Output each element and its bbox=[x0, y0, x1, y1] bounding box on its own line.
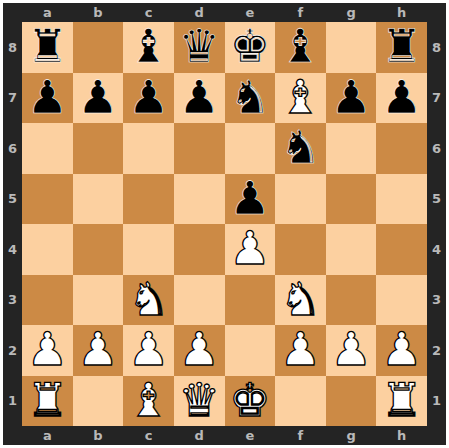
piece-white-pawn[interactable]: ♟ bbox=[381, 326, 422, 372]
piece-white-pawn[interactable]: ♟ bbox=[179, 326, 220, 372]
file-label-d: d bbox=[174, 426, 225, 445]
piece-white-pawn[interactable]: ♟ bbox=[280, 326, 321, 372]
piece-white-pawn[interactable]: ♟ bbox=[128, 326, 169, 372]
square-f7[interactable]: ♝ bbox=[275, 73, 326, 124]
rank-label-5: 5 bbox=[427, 174, 446, 225]
chess-board: ♜♝♛♚♝♜♟♟♟♟♞♝♟♟♞♟♟♞♞♟♟♟♟♟♟♟♜♝♛♚♜ bbox=[22, 22, 427, 426]
square-d2[interactable]: ♟ bbox=[174, 325, 225, 376]
square-b7[interactable]: ♟ bbox=[73, 73, 124, 124]
piece-black-knight[interactable]: ♞ bbox=[229, 74, 270, 120]
square-d5[interactable] bbox=[174, 174, 225, 225]
square-f4[interactable] bbox=[275, 224, 326, 275]
piece-black-bishop[interactable]: ♝ bbox=[128, 23, 169, 69]
piece-white-knight[interactable]: ♞ bbox=[280, 276, 321, 322]
square-a8[interactable]: ♜ bbox=[22, 22, 73, 73]
square-a4[interactable] bbox=[22, 224, 73, 275]
square-a3[interactable] bbox=[22, 275, 73, 326]
rank-label-1: 1 bbox=[427, 376, 446, 427]
square-d3[interactable] bbox=[174, 275, 225, 326]
file-label-f: f bbox=[275, 426, 326, 445]
square-e7[interactable]: ♞ bbox=[225, 73, 276, 124]
piece-black-bishop[interactable]: ♝ bbox=[280, 23, 321, 69]
square-g1[interactable] bbox=[326, 376, 377, 427]
square-d8[interactable]: ♛ bbox=[174, 22, 225, 73]
piece-black-pawn[interactable]: ♟ bbox=[330, 74, 371, 120]
piece-black-pawn[interactable]: ♟ bbox=[229, 175, 270, 221]
square-b4[interactable] bbox=[73, 224, 124, 275]
file-label-e: e bbox=[225, 3, 276, 22]
square-e3[interactable] bbox=[225, 275, 276, 326]
piece-white-pawn[interactable]: ♟ bbox=[27, 326, 68, 372]
square-h7[interactable]: ♟ bbox=[376, 73, 427, 124]
file-label-b: b bbox=[73, 426, 124, 445]
square-g4[interactable] bbox=[326, 224, 377, 275]
rank-label-7: 7 bbox=[427, 73, 446, 124]
file-label-c: c bbox=[123, 3, 174, 22]
square-a6[interactable] bbox=[22, 123, 73, 174]
square-g3[interactable] bbox=[326, 275, 377, 326]
square-c5[interactable] bbox=[123, 174, 174, 225]
square-a5[interactable] bbox=[22, 174, 73, 225]
rank-label-5: 5 bbox=[3, 174, 22, 225]
file-label-d: d bbox=[174, 3, 225, 22]
piece-white-pawn[interactable]: ♟ bbox=[77, 326, 118, 372]
square-g8[interactable] bbox=[326, 22, 377, 73]
piece-black-pawn[interactable]: ♟ bbox=[179, 74, 220, 120]
piece-white-rook[interactable]: ♜ bbox=[381, 377, 422, 423]
file-label-a: a bbox=[22, 426, 73, 445]
rank-label-7: 7 bbox=[3, 73, 22, 124]
file-label-e: e bbox=[225, 426, 276, 445]
square-f5[interactable] bbox=[275, 174, 326, 225]
square-c6[interactable] bbox=[123, 123, 174, 174]
square-c2[interactable]: ♟ bbox=[123, 325, 174, 376]
square-c8[interactable]: ♝ bbox=[123, 22, 174, 73]
piece-white-bishop[interactable]: ♝ bbox=[280, 74, 321, 120]
square-a1[interactable]: ♜ bbox=[22, 376, 73, 427]
rank-label-2: 2 bbox=[3, 325, 22, 376]
chess-app: abcdefgh 87654321 ♜♝♛♚♝♜♟♟♟♟♞♝♟♟♞♟♟♞♞♟♟♟… bbox=[0, 0, 449, 448]
square-h2[interactable]: ♟ bbox=[376, 325, 427, 376]
piece-black-queen[interactable]: ♛ bbox=[179, 23, 220, 69]
square-e5[interactable]: ♟ bbox=[225, 174, 276, 225]
square-h5[interactable] bbox=[376, 174, 427, 225]
piece-black-rook[interactable]: ♜ bbox=[381, 23, 422, 69]
rank-label-6: 6 bbox=[3, 123, 22, 174]
piece-white-king[interactable]: ♚ bbox=[229, 377, 270, 423]
square-g7[interactable]: ♟ bbox=[326, 73, 377, 124]
square-b5[interactable] bbox=[73, 174, 124, 225]
square-h4[interactable] bbox=[376, 224, 427, 275]
square-e8[interactable]: ♚ bbox=[225, 22, 276, 73]
file-label-a: a bbox=[22, 3, 73, 22]
square-h3[interactable] bbox=[376, 275, 427, 326]
piece-black-king[interactable]: ♚ bbox=[229, 23, 270, 69]
square-f8[interactable]: ♝ bbox=[275, 22, 326, 73]
board-frame: abcdefgh 87654321 ♜♝♛♚♝♜♟♟♟♟♞♝♟♟♞♟♟♞♞♟♟♟… bbox=[3, 3, 446, 445]
rank-label-6: 6 bbox=[427, 123, 446, 174]
square-b1[interactable] bbox=[73, 376, 124, 427]
square-h6[interactable] bbox=[376, 123, 427, 174]
file-label-g: g bbox=[326, 3, 377, 22]
square-d7[interactable]: ♟ bbox=[174, 73, 225, 124]
square-b8[interactable] bbox=[73, 22, 124, 73]
square-g6[interactable] bbox=[326, 123, 377, 174]
rank-label-2: 2 bbox=[427, 325, 446, 376]
piece-white-queen[interactable]: ♛ bbox=[179, 377, 220, 423]
square-b3[interactable] bbox=[73, 275, 124, 326]
file-label-c: c bbox=[123, 426, 174, 445]
square-e2[interactable] bbox=[225, 325, 276, 376]
square-c7[interactable]: ♟ bbox=[123, 73, 174, 124]
square-f1[interactable] bbox=[275, 376, 326, 427]
rank-label-8: 8 bbox=[427, 22, 446, 73]
piece-black-pawn[interactable]: ♟ bbox=[77, 74, 118, 120]
square-c1[interactable]: ♝ bbox=[123, 376, 174, 427]
rank-labels-left: 87654321 bbox=[3, 22, 22, 426]
file-labels-bottom: abcdefgh bbox=[22, 426, 427, 445]
rank-label-8: 8 bbox=[3, 22, 22, 73]
file-label-g: g bbox=[326, 426, 377, 445]
piece-black-knight[interactable]: ♞ bbox=[280, 124, 321, 170]
rank-label-4: 4 bbox=[427, 224, 446, 275]
square-g5[interactable] bbox=[326, 174, 377, 225]
file-label-h: h bbox=[376, 426, 427, 445]
piece-white-pawn[interactable]: ♟ bbox=[229, 225, 270, 271]
rank-label-4: 4 bbox=[3, 224, 22, 275]
square-f6[interactable]: ♞ bbox=[275, 123, 326, 174]
piece-white-knight[interactable]: ♞ bbox=[128, 276, 169, 322]
square-g2[interactable]: ♟ bbox=[326, 325, 377, 376]
file-label-b: b bbox=[73, 3, 124, 22]
square-e1[interactable]: ♚ bbox=[225, 376, 276, 427]
square-a2[interactable]: ♟ bbox=[22, 325, 73, 376]
square-h8[interactable]: ♜ bbox=[376, 22, 427, 73]
rank-label-3: 3 bbox=[427, 275, 446, 326]
square-d1[interactable]: ♛ bbox=[174, 376, 225, 427]
piece-black-pawn[interactable]: ♟ bbox=[381, 74, 422, 120]
square-f2[interactable]: ♟ bbox=[275, 325, 326, 376]
file-labels-top: abcdefgh bbox=[22, 3, 427, 22]
rank-labels-right: 87654321 bbox=[427, 22, 446, 426]
square-e4[interactable]: ♟ bbox=[225, 224, 276, 275]
square-d6[interactable] bbox=[174, 123, 225, 174]
square-b2[interactable]: ♟ bbox=[73, 325, 124, 376]
square-b6[interactable] bbox=[73, 123, 124, 174]
square-c3[interactable]: ♞ bbox=[123, 275, 174, 326]
rank-label-3: 3 bbox=[3, 275, 22, 326]
piece-black-rook[interactable]: ♜ bbox=[27, 23, 68, 69]
file-label-f: f bbox=[275, 3, 326, 22]
square-f3[interactable]: ♞ bbox=[275, 275, 326, 326]
square-h1[interactable]: ♜ bbox=[376, 376, 427, 427]
rank-label-1: 1 bbox=[3, 376, 22, 427]
square-a7[interactable]: ♟ bbox=[22, 73, 73, 124]
piece-white-bishop[interactable]: ♝ bbox=[128, 377, 169, 423]
piece-white-rook[interactable]: ♜ bbox=[27, 377, 68, 423]
piece-black-pawn[interactable]: ♟ bbox=[128, 74, 169, 120]
square-e6[interactable] bbox=[225, 123, 276, 174]
piece-white-pawn[interactable]: ♟ bbox=[330, 326, 371, 372]
square-c4[interactable] bbox=[123, 224, 174, 275]
square-d4[interactable] bbox=[174, 224, 225, 275]
piece-black-pawn[interactable]: ♟ bbox=[27, 74, 68, 120]
file-label-h: h bbox=[376, 3, 427, 22]
